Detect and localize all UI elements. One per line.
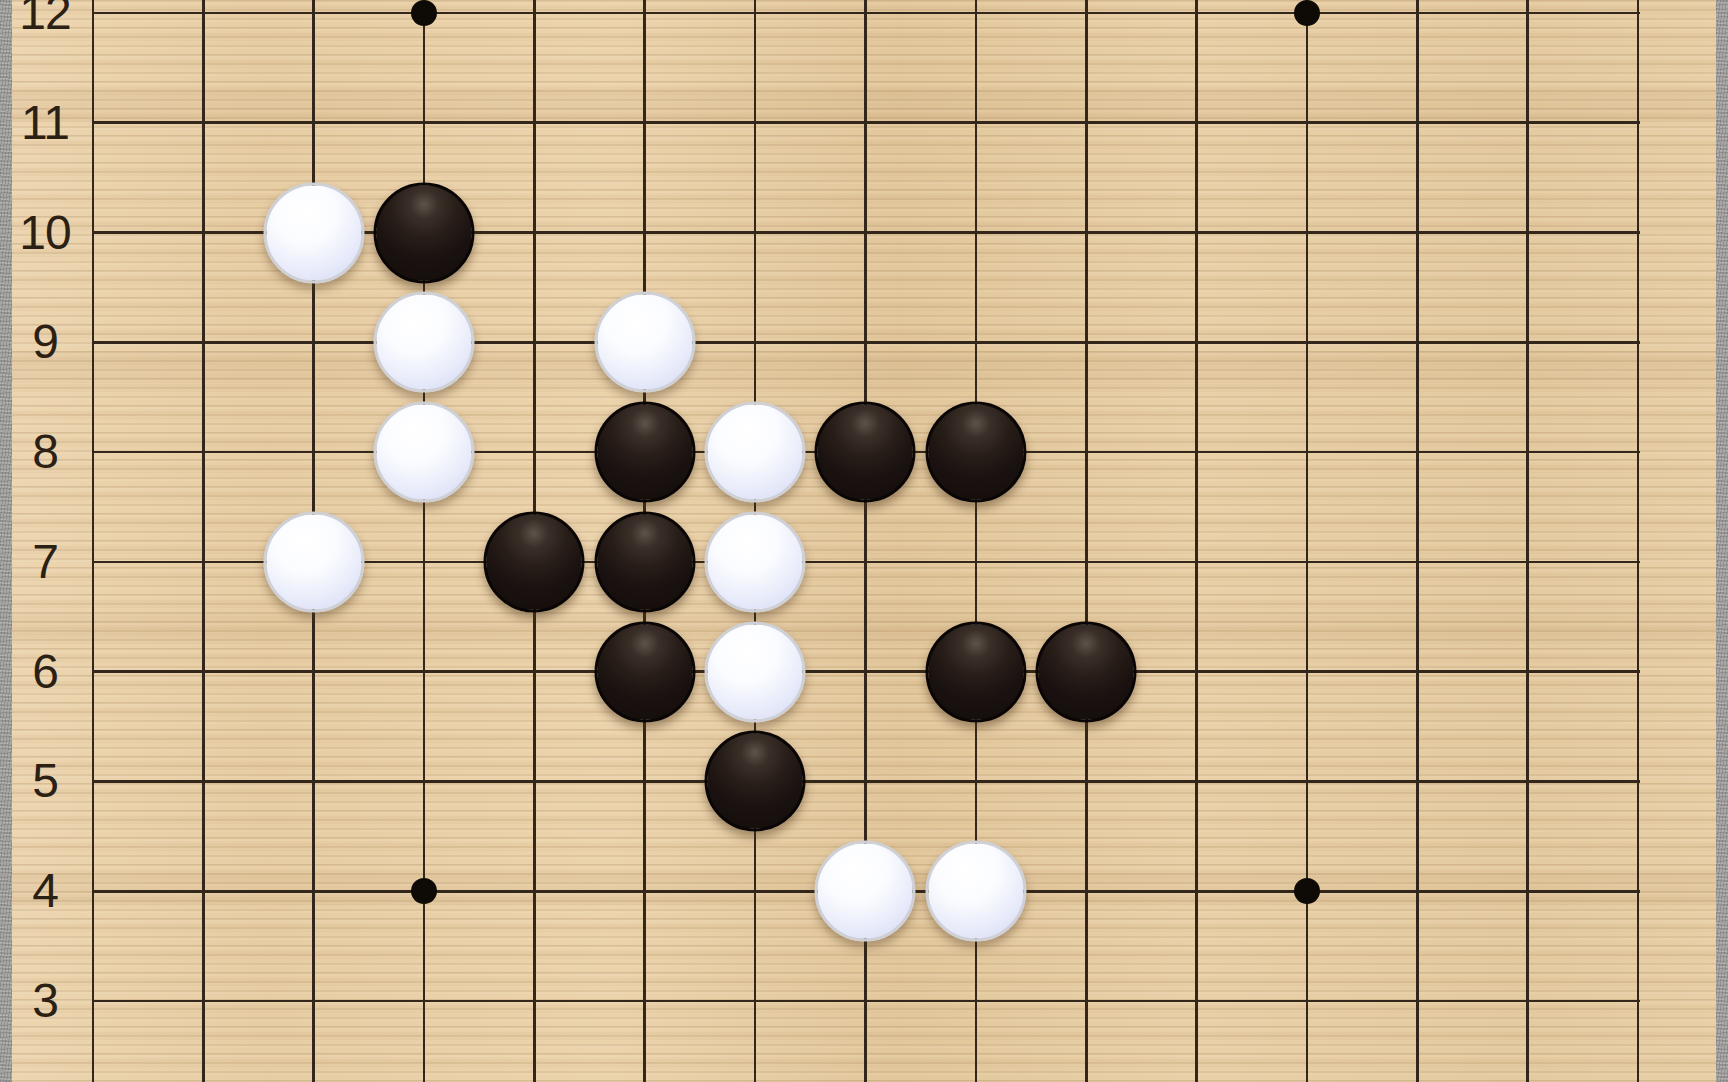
black-stone xyxy=(925,621,1026,722)
row-label: 12 xyxy=(19,0,70,37)
black-stone xyxy=(925,402,1026,503)
white-stone xyxy=(705,511,806,612)
grid-vline xyxy=(1637,0,1640,1082)
row-label: 8 xyxy=(32,428,58,476)
grid-hline xyxy=(92,341,1640,344)
row-label: 5 xyxy=(32,757,58,805)
black-stone xyxy=(374,182,475,283)
app-screen: 1211109876543 xyxy=(0,0,1728,1082)
row-label: 3 xyxy=(32,977,58,1025)
row-label: 6 xyxy=(32,648,58,696)
white-stone xyxy=(594,292,695,393)
black-stone xyxy=(1036,621,1137,722)
grid-vline xyxy=(1085,0,1088,1082)
grid-vline xyxy=(92,0,95,1082)
grid-vline xyxy=(1195,0,1198,1082)
grid-hline xyxy=(92,780,1640,783)
grid-hline xyxy=(92,1000,1640,1003)
grid-hline xyxy=(92,12,1640,15)
board-layer: 1211109876543 xyxy=(0,0,1728,1082)
black-stone xyxy=(594,402,695,503)
grid-vline xyxy=(423,0,426,1082)
grid-vline xyxy=(202,0,205,1082)
black-stone xyxy=(594,621,695,722)
row-label: 4 xyxy=(32,867,58,915)
white-stone xyxy=(263,511,364,612)
row-label: 11 xyxy=(21,99,69,147)
white-stone xyxy=(263,182,364,283)
grid-hline xyxy=(92,670,1640,673)
white-stone xyxy=(374,402,475,503)
grid-vline xyxy=(1416,0,1419,1082)
black-stone xyxy=(594,511,695,612)
row-label: 10 xyxy=(19,209,70,257)
white-stone xyxy=(374,292,475,393)
black-stone xyxy=(815,402,916,503)
black-stone xyxy=(484,511,585,612)
white-stone xyxy=(705,402,806,503)
star-point xyxy=(1294,878,1320,904)
row-label: 7 xyxy=(32,538,58,586)
grid-vline xyxy=(1306,0,1309,1082)
star-point xyxy=(411,878,437,904)
grid-vline xyxy=(1526,0,1529,1082)
star-point xyxy=(411,0,437,26)
row-label: 9 xyxy=(32,318,58,366)
white-stone xyxy=(925,841,1026,942)
star-point xyxy=(1294,0,1320,26)
black-stone xyxy=(705,731,806,832)
grid-hline xyxy=(92,121,1640,124)
white-stone xyxy=(815,841,916,942)
white-stone xyxy=(705,621,806,722)
